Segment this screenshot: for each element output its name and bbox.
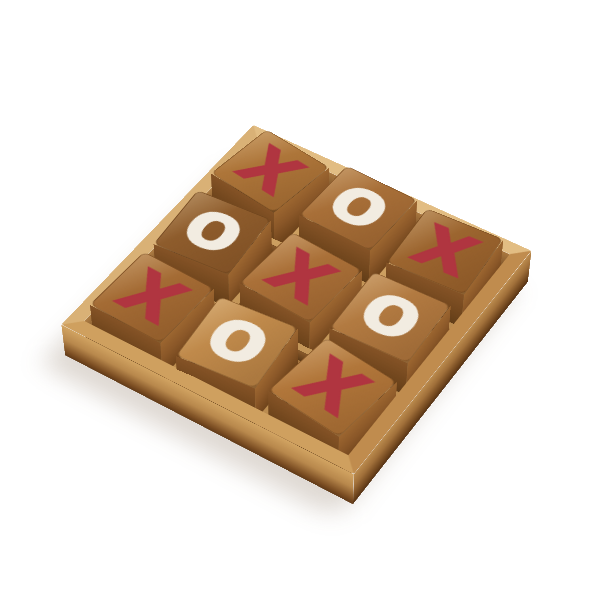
glyph-r1c2: O — [318, 178, 398, 237]
photo-background: X O X O — [0, 0, 600, 600]
glyph-r3c2: O — [196, 310, 278, 375]
glyph-r2c3: O — [349, 285, 431, 349]
glyph-r2c1: O — [173, 202, 252, 262]
scene: X O X O — [0, 0, 600, 600]
tictactoe-board: X O X O — [64, 148, 529, 497]
